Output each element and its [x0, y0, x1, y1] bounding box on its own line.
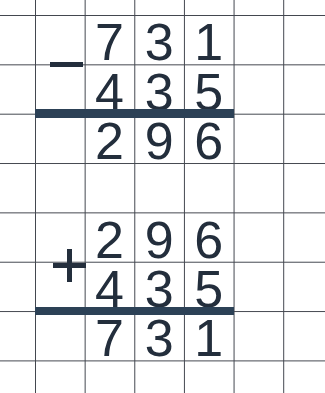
plus-sign-icon: [53, 249, 86, 282]
digit-cell-add-top-ones: 6: [184, 212, 234, 261]
digit-cell-sub-minuend-hundreds: 7: [85, 15, 135, 64]
digit-cell-sub-subtrahend-hundreds: 4: [85, 64, 135, 113]
digit-cell-sub-subtrahend-ones: 5: [184, 64, 234, 113]
plus-vertical-stroke: [67, 249, 72, 282]
digit-cell-sub-minuend-ones: 1: [184, 15, 234, 64]
digit-cell-add-bottom-tens: 3: [134, 262, 184, 311]
squared-paper-board: 7 3 1 4 3 5 2 9 6 2 9 6 4 3 5 7 3 1: [0, 0, 325, 393]
digit-cell-add-bottom-ones: 5: [184, 262, 234, 311]
digit-cell-add-top-tens: 9: [134, 212, 184, 261]
digit-cell-sub-minuend-tens: 3: [134, 15, 184, 64]
digit-cell-add-sum-hundreds: 7: [85, 311, 135, 360]
digit-cell-sub-difference-hundreds: 2: [85, 114, 135, 163]
digit-cell-add-top-hundreds: 2: [85, 212, 135, 261]
addition-result-bar: [35, 307, 234, 316]
digit-cell-add-bottom-hundreds: 4: [85, 262, 135, 311]
minus-sign-icon: [50, 62, 83, 67]
digit-layer: 7 3 1 4 3 5 2 9 6 2 9 6 4 3 5 7 3 1: [0, 0, 325, 393]
digit-cell-add-sum-tens: 3: [134, 311, 184, 360]
digit-cell-sub-difference-ones: 6: [184, 114, 234, 163]
digit-cell-add-sum-ones: 1: [184, 311, 234, 360]
subtraction-result-bar: [35, 109, 234, 118]
digit-cell-sub-difference-tens: 9: [134, 114, 184, 163]
digit-cell-sub-subtrahend-tens: 3: [134, 64, 184, 113]
